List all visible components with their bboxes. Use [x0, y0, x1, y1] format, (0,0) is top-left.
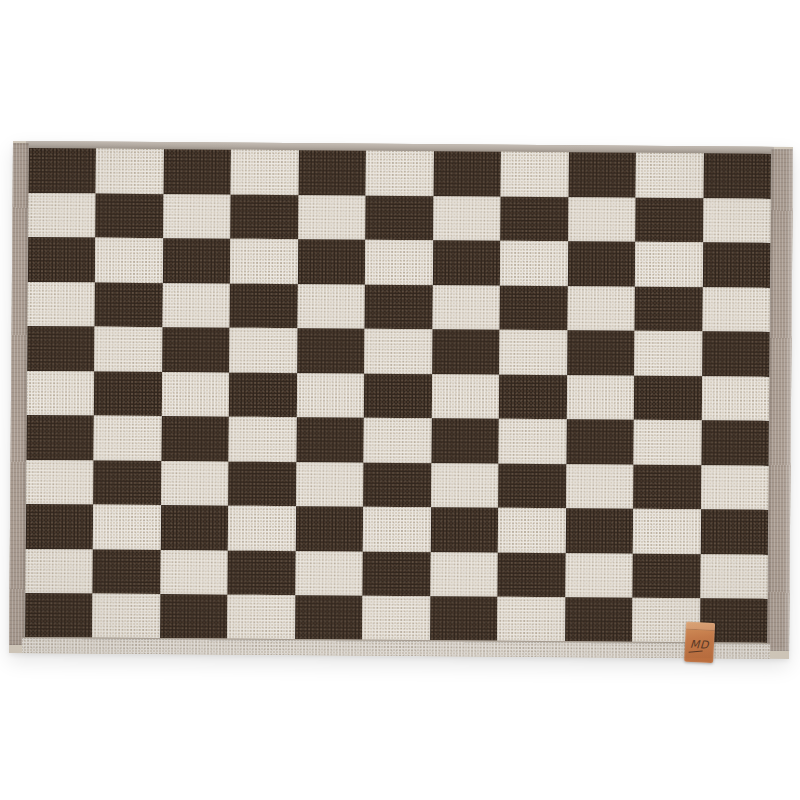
towel-right-border — [767, 149, 793, 651]
board-cell-r3c6 — [365, 240, 433, 285]
board-cell-r2c4 — [231, 194, 299, 239]
board-cell-r1c5 — [298, 150, 366, 195]
board-cell-r4c4 — [230, 283, 298, 328]
board-cell-r11c2 — [93, 594, 161, 639]
board-cell-r5c11 — [702, 332, 770, 377]
board-cell-r7c6 — [364, 418, 432, 463]
board-cell-r2c2 — [96, 193, 164, 238]
board-cell-r2c6 — [366, 195, 434, 240]
board-cell-r8c4 — [229, 461, 297, 506]
board-cell-r7c3 — [161, 416, 229, 461]
board-cell-r6c3 — [162, 372, 230, 417]
board-cell-r5c1 — [27, 326, 95, 371]
board-cell-r10c11 — [700, 554, 768, 599]
board-cell-r5c2 — [95, 327, 163, 372]
board-cell-r4c10 — [635, 286, 703, 331]
board-cell-r6c11 — [701, 376, 769, 421]
board-cell-r9c6 — [363, 507, 431, 552]
board-cell-r9c7 — [431, 508, 499, 553]
board-cell-r2c9 — [568, 197, 636, 242]
board-cell-r6c4 — [229, 372, 297, 417]
board-cell-r4c1 — [28, 282, 96, 327]
board-cell-r5c8 — [499, 330, 567, 375]
board-cell-r8c9 — [566, 464, 634, 509]
board-cell-r6c1 — [27, 371, 95, 416]
board-cell-r4c11 — [702, 287, 770, 332]
board-cell-r5c7 — [432, 329, 500, 374]
board-cell-r10c2 — [93, 549, 161, 594]
board-cell-r10c10 — [633, 554, 701, 599]
board-cell-r10c5 — [295, 551, 363, 596]
board-cell-r4c2 — [95, 282, 163, 327]
board-cell-r3c10 — [635, 242, 703, 287]
board-cell-r11c6 — [362, 596, 430, 641]
board-cell-r4c6 — [365, 284, 433, 329]
board-cell-r10c4 — [228, 551, 296, 596]
board-cell-r2c11 — [703, 198, 771, 243]
board-cell-r11c3 — [160, 595, 228, 640]
board-cell-r3c5 — [298, 239, 366, 284]
board-cell-r11c1 — [25, 594, 93, 639]
board-cell-r8c10 — [633, 465, 701, 510]
board-cell-r7c5 — [296, 417, 364, 462]
board-cell-r5c10 — [634, 331, 702, 376]
board-cell-r3c4 — [230, 239, 298, 284]
board-cell-r6c5 — [297, 373, 365, 418]
board-cell-r11c8 — [497, 597, 565, 642]
board-cell-r2c1 — [28, 193, 96, 238]
board-cell-r6c9 — [566, 375, 634, 420]
board-cell-r10c8 — [498, 553, 566, 598]
board-cell-r8c6 — [363, 463, 431, 508]
board-cell-r4c5 — [297, 284, 365, 329]
board-cell-r1c3 — [164, 149, 232, 194]
board-cell-r3c9 — [568, 241, 636, 286]
board-cell-r6c6 — [364, 373, 432, 418]
board-cell-r6c7 — [432, 374, 500, 419]
board-cell-r11c5 — [295, 596, 363, 641]
board-cell-r2c8 — [500, 196, 568, 241]
board-cell-r1c8 — [501, 152, 569, 197]
board-cell-r7c10 — [634, 420, 702, 465]
brand-monogram: MD — [690, 638, 710, 650]
board-cell-r9c10 — [633, 509, 701, 554]
board-cell-r7c4 — [229, 417, 297, 462]
board-cell-r1c10 — [636, 153, 704, 198]
board-cell-r3c11 — [702, 242, 770, 287]
board-cell-r3c3 — [163, 238, 231, 283]
board-cell-r5c4 — [230, 328, 298, 373]
board-cell-r4c7 — [432, 285, 500, 330]
checkerboard-grid — [25, 148, 771, 644]
board-cell-r5c9 — [567, 330, 635, 375]
board-cell-r2c5 — [298, 195, 366, 240]
board-cell-r2c7 — [433, 196, 501, 241]
board-cell-r10c6 — [363, 552, 431, 597]
board-cell-r9c11 — [700, 510, 768, 555]
board-cell-r3c1 — [28, 237, 96, 282]
checkered-towel: MD — [9, 141, 793, 659]
board-cell-r9c3 — [161, 505, 229, 550]
board-cell-r10c1 — [25, 549, 93, 594]
board-cell-r8c5 — [296, 462, 364, 507]
board-cell-r1c4 — [231, 150, 299, 195]
board-cell-r8c11 — [701, 465, 769, 510]
board-cell-r3c7 — [433, 240, 501, 285]
board-cell-r6c8 — [499, 374, 567, 419]
board-cell-r11c4 — [227, 595, 295, 640]
board-cell-r4c9 — [567, 286, 635, 331]
board-cell-r7c7 — [431, 419, 499, 464]
board-cell-r9c1 — [26, 504, 94, 549]
board-cell-r9c4 — [228, 506, 296, 551]
board-cell-r2c10 — [635, 197, 703, 242]
board-cell-r8c7 — [431, 463, 499, 508]
board-cell-r9c8 — [498, 508, 566, 553]
board-cell-r6c2 — [94, 371, 162, 416]
board-cell-r4c8 — [500, 285, 568, 330]
board-cell-r9c2 — [93, 505, 161, 550]
board-cell-r11c7 — [430, 597, 498, 642]
board-cell-r7c2 — [94, 416, 162, 461]
board-cell-r5c5 — [297, 328, 365, 373]
board-cell-r5c3 — [162, 327, 230, 372]
board-cell-r7c1 — [27, 415, 95, 460]
board-cell-r1c6 — [366, 151, 434, 196]
board-cell-r8c2 — [94, 460, 162, 505]
board-cell-r1c1 — [29, 148, 97, 193]
brand-label-tag: MD — [684, 622, 715, 663]
board-cell-r1c7 — [433, 151, 501, 196]
board-cell-r8c8 — [498, 464, 566, 509]
board-cell-r3c8 — [500, 241, 568, 286]
board-cell-r7c8 — [499, 419, 567, 464]
board-cell-r6c10 — [634, 376, 702, 421]
board-cell-r7c11 — [701, 421, 769, 466]
board-cell-r11c9 — [565, 598, 633, 643]
board-cell-r10c3 — [160, 550, 228, 595]
board-cell-r8c1 — [26, 460, 94, 505]
board-cell-r8c3 — [161, 461, 229, 506]
board-cell-r10c9 — [565, 553, 633, 598]
board-cell-r1c11 — [703, 153, 771, 198]
board-cell-r4c3 — [162, 283, 230, 328]
board-cell-r9c5 — [296, 507, 364, 552]
board-cell-r5c6 — [364, 329, 432, 374]
board-cell-r3c2 — [95, 238, 163, 283]
board-cell-r7c9 — [566, 420, 634, 465]
board-cell-r1c2 — [96, 149, 164, 194]
board-cell-r1c9 — [568, 152, 636, 197]
board-cell-r9c9 — [565, 509, 633, 554]
product-photo: MD — [0, 0, 800, 800]
board-cell-r2c3 — [163, 194, 231, 239]
board-cell-r10c7 — [430, 552, 498, 597]
